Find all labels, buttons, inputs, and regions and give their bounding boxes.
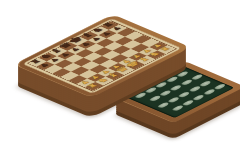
piece-slot bbox=[167, 96, 181, 103]
piece-slot bbox=[182, 99, 196, 106]
chess-set-photo: ♜♞♝♛♚♝♞♜♟♟♟♟♟♟♟♟♟♟♟♟♟♟♟♟♜♞♝♛♚♝♞♜ bbox=[0, 0, 240, 159]
piece-slot bbox=[157, 102, 171, 109]
piece-slot bbox=[213, 83, 227, 90]
piece-slot bbox=[159, 90, 173, 97]
piece-slot bbox=[188, 86, 202, 93]
piece-slot bbox=[199, 80, 213, 87]
square-a1[interactable]: ♜ bbox=[84, 82, 102, 91]
piece-slot bbox=[203, 89, 217, 96]
piece-slot bbox=[180, 79, 194, 86]
piece-slot bbox=[171, 105, 185, 112]
piece-slot bbox=[149, 95, 163, 102]
piece-slot bbox=[170, 84, 184, 91]
piece-slot bbox=[192, 94, 206, 101]
piece-slot bbox=[191, 74, 205, 81]
piece-slot bbox=[178, 91, 192, 98]
